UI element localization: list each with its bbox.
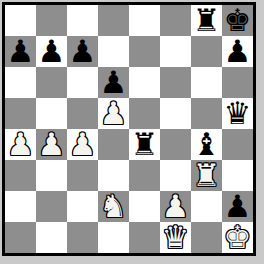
square-h4[interactable] [222,129,253,160]
black-pawn-icon: ♟ [69,36,97,67]
black-rook-icon: ♜ [131,129,159,160]
square-g1[interactable] [191,222,222,253]
square-f3[interactable] [160,160,191,191]
square-e8[interactable] [129,5,160,36]
black-pawn-icon: ♟ [7,36,35,67]
square-h1[interactable]: ♚ [222,222,253,253]
square-a7[interactable]: ♟ [5,36,36,67]
square-h6[interactable] [222,67,253,98]
black-rook-icon: ♜ [193,5,221,36]
square-c6[interactable] [67,67,98,98]
black-pawn-icon: ♟ [38,36,66,67]
square-a1[interactable] [5,222,36,253]
black-pawn-icon: ♟ [224,36,252,67]
white-rook-icon: ♜ [193,160,221,191]
square-c1[interactable] [67,222,98,253]
square-b6[interactable] [36,67,67,98]
square-c2[interactable] [67,191,98,222]
square-b8[interactable] [36,5,67,36]
square-f2[interactable]: ♟ [160,191,191,222]
white-pawn-icon: ♟ [69,129,97,160]
square-g7[interactable] [191,36,222,67]
square-g8[interactable]: ♜ [191,5,222,36]
square-c3[interactable] [67,160,98,191]
square-a2[interactable] [5,191,36,222]
white-king-icon: ♚ [224,222,252,253]
square-c5[interactable] [67,98,98,129]
square-c8[interactable] [67,5,98,36]
white-queen-icon: ♛ [162,222,190,253]
square-d3[interactable] [98,160,129,191]
square-e5[interactable] [129,98,160,129]
square-b2[interactable] [36,191,67,222]
square-d1[interactable] [98,222,129,253]
square-e7[interactable] [129,36,160,67]
square-b5[interactable] [36,98,67,129]
square-b7[interactable]: ♟ [36,36,67,67]
white-pawn-icon: ♟ [100,98,128,129]
square-c7[interactable]: ♟ [67,36,98,67]
square-e6[interactable] [129,67,160,98]
square-f8[interactable] [160,5,191,36]
black-bishop-icon: ♝ [193,129,221,160]
square-a3[interactable] [5,160,36,191]
square-e1[interactable] [129,222,160,253]
square-b4[interactable]: ♟ [36,129,67,160]
white-pawn-icon: ♟ [7,129,35,160]
square-d2[interactable]: ♞ [98,191,129,222]
square-h7[interactable]: ♟ [222,36,253,67]
square-d4[interactable] [98,129,129,160]
square-h2[interactable]: ♟ [222,191,253,222]
square-d5[interactable]: ♟ [98,98,129,129]
board-frame: ♜♚♟♟♟♟♟♟♛♟♟♟♜♝♜♞♟♟♛♚ [0,0,264,264]
square-g4[interactable]: ♝ [191,129,222,160]
square-d7[interactable] [98,36,129,67]
square-a4[interactable]: ♟ [5,129,36,160]
square-a5[interactable] [5,98,36,129]
black-pawn-icon: ♟ [100,67,128,98]
square-h5[interactable]: ♛ [222,98,253,129]
black-queen-icon: ♛ [224,98,252,129]
black-king-icon: ♚ [224,5,252,36]
square-f7[interactable] [160,36,191,67]
white-pawn-icon: ♟ [162,191,190,222]
square-g2[interactable] [191,191,222,222]
square-h8[interactable]: ♚ [222,5,253,36]
square-e3[interactable] [129,160,160,191]
square-g5[interactable] [191,98,222,129]
square-e4[interactable]: ♜ [129,129,160,160]
square-a8[interactable] [5,5,36,36]
square-f4[interactable] [160,129,191,160]
square-c4[interactable]: ♟ [67,129,98,160]
white-knight-icon: ♞ [100,191,128,222]
square-a6[interactable] [5,67,36,98]
white-pawn-icon: ♟ [38,129,66,160]
square-b3[interactable] [36,160,67,191]
square-f6[interactable] [160,67,191,98]
square-d6[interactable]: ♟ [98,67,129,98]
square-h3[interactable] [222,160,253,191]
square-b1[interactable] [36,222,67,253]
square-g6[interactable] [191,67,222,98]
black-pawn-icon: ♟ [224,191,252,222]
square-d8[interactable] [98,5,129,36]
square-g3[interactable]: ♜ [191,160,222,191]
square-f5[interactable] [160,98,191,129]
chess-board: ♜♚♟♟♟♟♟♟♛♟♟♟♜♝♜♞♟♟♛♚ [2,2,256,256]
square-f1[interactable]: ♛ [160,222,191,253]
square-e2[interactable] [129,191,160,222]
